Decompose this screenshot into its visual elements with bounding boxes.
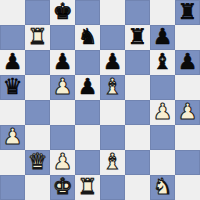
square-d3[interactable] <box>75 125 100 150</box>
square-b4[interactable] <box>25 100 50 125</box>
square-f5[interactable] <box>125 75 150 100</box>
square-a6[interactable]: ♟ <box>0 50 25 75</box>
square-e2[interactable]: ♝ <box>100 150 125 175</box>
square-h6[interactable]: ♟ <box>175 50 200 75</box>
white-knight[interactable]: ♞ <box>153 175 173 199</box>
square-f3[interactable] <box>125 125 150 150</box>
square-e7[interactable] <box>100 25 125 50</box>
square-a8[interactable] <box>0 0 25 25</box>
square-b1[interactable] <box>25 175 50 200</box>
chess-board: ♚♜♜♞♜♟♟♟♟♝♟♛♟♟♝♟♟♟♛♟♝♚♜♞ <box>0 0 200 200</box>
square-a1[interactable] <box>0 175 25 200</box>
square-d4[interactable] <box>75 100 100 125</box>
square-d6[interactable] <box>75 50 100 75</box>
square-e6[interactable]: ♟ <box>100 50 125 75</box>
square-f4[interactable] <box>125 100 150 125</box>
square-a5[interactable]: ♛ <box>0 75 25 100</box>
square-h1[interactable] <box>175 175 200 200</box>
square-g8[interactable] <box>150 0 175 25</box>
black-pawn[interactable]: ♟ <box>103 50 123 74</box>
square-b5[interactable] <box>25 75 50 100</box>
square-h4[interactable]: ♟ <box>175 100 200 125</box>
square-e5[interactable]: ♝ <box>100 75 125 100</box>
square-g7[interactable]: ♟ <box>150 25 175 50</box>
square-c5[interactable]: ♟ <box>50 75 75 100</box>
black-rook[interactable]: ♜ <box>128 25 148 49</box>
square-c7[interactable] <box>50 25 75 50</box>
white-king[interactable]: ♚ <box>53 175 73 199</box>
square-f6[interactable] <box>125 50 150 75</box>
square-g3[interactable] <box>150 125 175 150</box>
white-queen[interactable]: ♛ <box>28 150 48 174</box>
square-g4[interactable]: ♟ <box>150 100 175 125</box>
black-pawn[interactable]: ♟ <box>53 50 73 74</box>
square-f8[interactable] <box>125 0 150 25</box>
square-g1[interactable]: ♞ <box>150 175 175 200</box>
black-pawn[interactable]: ♟ <box>3 50 23 74</box>
square-c3[interactable] <box>50 125 75 150</box>
square-a3[interactable]: ♟ <box>0 125 25 150</box>
square-c6[interactable]: ♟ <box>50 50 75 75</box>
white-pawn[interactable]: ♟ <box>178 100 198 124</box>
square-h7[interactable] <box>175 25 200 50</box>
white-pawn[interactable]: ♟ <box>3 125 23 149</box>
square-f7[interactable]: ♜ <box>125 25 150 50</box>
black-pawn[interactable]: ♟ <box>78 75 98 99</box>
square-b7[interactable]: ♜ <box>25 25 50 50</box>
white-rook[interactable]: ♜ <box>78 175 98 199</box>
square-a4[interactable] <box>0 100 25 125</box>
square-d1[interactable]: ♜ <box>75 175 100 200</box>
black-pawn[interactable]: ♟ <box>153 25 173 49</box>
square-f2[interactable] <box>125 150 150 175</box>
black-rook[interactable]: ♜ <box>178 0 198 24</box>
square-g6[interactable]: ♝ <box>150 50 175 75</box>
white-bishop[interactable]: ♝ <box>103 75 123 99</box>
square-f1[interactable] <box>125 175 150 200</box>
white-pawn[interactable]: ♟ <box>53 150 73 174</box>
square-g5[interactable] <box>150 75 175 100</box>
black-pawn[interactable]: ♟ <box>178 50 198 74</box>
square-h5[interactable] <box>175 75 200 100</box>
square-d7[interactable]: ♞ <box>75 25 100 50</box>
square-a2[interactable] <box>0 150 25 175</box>
square-h3[interactable] <box>175 125 200 150</box>
black-queen[interactable]: ♛ <box>3 75 23 99</box>
square-e1[interactable] <box>100 175 125 200</box>
square-d8[interactable] <box>75 0 100 25</box>
white-pawn[interactable]: ♟ <box>53 75 73 99</box>
square-c8[interactable]: ♚ <box>50 0 75 25</box>
white-bishop[interactable]: ♝ <box>103 150 123 174</box>
square-g2[interactable] <box>150 150 175 175</box>
square-e3[interactable] <box>100 125 125 150</box>
square-b6[interactable] <box>25 50 50 75</box>
black-king[interactable]: ♚ <box>53 0 73 24</box>
black-knight[interactable]: ♞ <box>78 25 98 49</box>
square-c1[interactable]: ♚ <box>50 175 75 200</box>
square-b2[interactable]: ♛ <box>25 150 50 175</box>
white-rook[interactable]: ♜ <box>28 25 48 49</box>
black-bishop[interactable]: ♝ <box>153 50 173 74</box>
square-e8[interactable] <box>100 0 125 25</box>
square-e4[interactable] <box>100 100 125 125</box>
square-d2[interactable] <box>75 150 100 175</box>
square-c2[interactable]: ♟ <box>50 150 75 175</box>
white-pawn[interactable]: ♟ <box>153 100 173 124</box>
square-c4[interactable] <box>50 100 75 125</box>
square-a7[interactable] <box>0 25 25 50</box>
square-d5[interactable]: ♟ <box>75 75 100 100</box>
square-b8[interactable] <box>25 0 50 25</box>
square-b3[interactable] <box>25 125 50 150</box>
square-h2[interactable] <box>175 150 200 175</box>
square-h8[interactable]: ♜ <box>175 0 200 25</box>
